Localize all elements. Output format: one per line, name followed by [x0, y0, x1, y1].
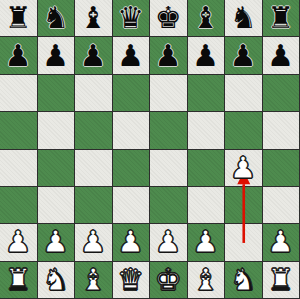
square-h2[interactable]: ♟ [263, 224, 300, 260]
square-f4[interactable] [188, 150, 225, 186]
square-a1[interactable]: ♜ [0, 262, 37, 298]
square-g8[interactable]: ♞ [225, 0, 262, 36]
square-d2[interactable]: ♟ [113, 224, 150, 260]
square-a2[interactable]: ♟ [0, 224, 37, 260]
square-e4[interactable] [150, 150, 187, 186]
piece-white-knight-g1: ♞ [230, 265, 257, 295]
piece-white-pawn-e2: ♟ [155, 227, 182, 257]
square-e2[interactable]: ♟ [150, 224, 187, 260]
square-d6[interactable] [113, 75, 150, 111]
square-g1[interactable]: ♞ [225, 262, 262, 298]
square-b1[interactable]: ♞ [38, 262, 75, 298]
piece-black-pawn-a7: ♟ [5, 41, 32, 71]
square-d8[interactable]: ♛ [113, 0, 150, 36]
square-e5[interactable] [150, 112, 187, 148]
square-a5[interactable] [0, 112, 37, 148]
square-h6[interactable] [263, 75, 300, 111]
square-e1[interactable]: ♚ [150, 262, 187, 298]
piece-white-bishop-c1: ♝ [80, 265, 107, 295]
square-c3[interactable] [75, 187, 112, 223]
piece-white-pawn-d2: ♟ [117, 227, 144, 257]
piece-white-pawn-h2: ♟ [267, 227, 294, 257]
piece-black-pawn-e7: ♟ [155, 41, 182, 71]
square-b6[interactable] [38, 75, 75, 111]
piece-white-bishop-f1: ♝ [192, 265, 219, 295]
square-c1[interactable]: ♝ [75, 262, 112, 298]
square-f5[interactable] [188, 112, 225, 148]
piece-black-pawn-c7: ♟ [80, 41, 107, 71]
square-d1[interactable]: ♛ [113, 262, 150, 298]
piece-white-pawn-f2: ♟ [192, 227, 219, 257]
square-d5[interactable] [113, 112, 150, 148]
piece-white-king-e1: ♚ [155, 265, 182, 295]
piece-white-pawn-g4: ♟ [230, 153, 257, 183]
piece-white-queen-d1: ♛ [117, 265, 144, 295]
square-f2[interactable]: ♟ [188, 224, 225, 260]
square-b8[interactable]: ♞ [38, 0, 75, 36]
square-b3[interactable] [38, 187, 75, 223]
piece-black-rook-h8: ♜ [267, 3, 294, 33]
square-h7[interactable]: ♟ [263, 37, 300, 73]
chess-board: ♜♞♝♛♚♝♞♜♟♟♟♟♟♟♟♟♟♟♟♟♟♟♟♟♜♞♝♛♚♝♞♜ [0, 0, 300, 299]
square-h1[interactable]: ♜ [263, 262, 300, 298]
square-h5[interactable] [263, 112, 300, 148]
square-f7[interactable]: ♟ [188, 37, 225, 73]
piece-black-queen-d8: ♛ [117, 3, 144, 33]
piece-white-knight-b1: ♞ [42, 265, 69, 295]
square-f8[interactable]: ♝ [188, 0, 225, 36]
piece-white-pawn-b2: ♟ [42, 227, 69, 257]
square-a4[interactable] [0, 150, 37, 186]
piece-black-pawn-h7: ♟ [267, 41, 294, 71]
square-b2[interactable]: ♟ [38, 224, 75, 260]
piece-black-knight-b8: ♞ [42, 3, 69, 33]
board-grid: ♜♞♝♛♚♝♞♜♟♟♟♟♟♟♟♟♟♟♟♟♟♟♟♟♜♞♝♛♚♝♞♜ [0, 0, 300, 299]
piece-black-pawn-b7: ♟ [42, 41, 69, 71]
piece-black-king-e8: ♚ [155, 3, 182, 33]
square-e8[interactable]: ♚ [150, 0, 187, 36]
square-h3[interactable] [263, 187, 300, 223]
square-g4[interactable]: ♟ [225, 150, 262, 186]
piece-black-pawn-f7: ♟ [192, 41, 219, 71]
square-e3[interactable] [150, 187, 187, 223]
square-d4[interactable] [113, 150, 150, 186]
square-c2[interactable]: ♟ [75, 224, 112, 260]
square-f1[interactable]: ♝ [188, 262, 225, 298]
square-f3[interactable] [188, 187, 225, 223]
square-g7[interactable]: ♟ [225, 37, 262, 73]
square-c5[interactable] [75, 112, 112, 148]
square-g2[interactable] [225, 224, 262, 260]
square-b5[interactable] [38, 112, 75, 148]
piece-black-pawn-g7: ♟ [230, 41, 257, 71]
square-c4[interactable] [75, 150, 112, 186]
piece-white-rook-h1: ♜ [267, 265, 294, 295]
piece-black-bishop-c8: ♝ [80, 3, 107, 33]
square-g6[interactable] [225, 75, 262, 111]
square-c8[interactable]: ♝ [75, 0, 112, 36]
square-a3[interactable] [0, 187, 37, 223]
square-f6[interactable] [188, 75, 225, 111]
square-c7[interactable]: ♟ [75, 37, 112, 73]
square-c6[interactable] [75, 75, 112, 111]
square-d3[interactable] [113, 187, 150, 223]
piece-black-knight-g8: ♞ [230, 3, 257, 33]
square-a6[interactable] [0, 75, 37, 111]
square-g5[interactable] [225, 112, 262, 148]
square-h8[interactable]: ♜ [263, 0, 300, 36]
square-d7[interactable]: ♟ [113, 37, 150, 73]
square-g3[interactable] [225, 187, 262, 223]
square-e7[interactable]: ♟ [150, 37, 187, 73]
square-e6[interactable] [150, 75, 187, 111]
piece-black-rook-a8: ♜ [5, 3, 32, 33]
square-b7[interactable]: ♟ [38, 37, 75, 73]
square-a8[interactable]: ♜ [0, 0, 37, 36]
piece-white-rook-a1: ♜ [5, 265, 32, 295]
piece-white-pawn-a2: ♟ [5, 227, 32, 257]
piece-black-bishop-f8: ♝ [192, 3, 219, 33]
square-b4[interactable] [38, 150, 75, 186]
square-a7[interactable]: ♟ [0, 37, 37, 73]
piece-black-pawn-d7: ♟ [117, 41, 144, 71]
piece-white-pawn-c2: ♟ [80, 227, 107, 257]
square-h4[interactable] [263, 150, 300, 186]
